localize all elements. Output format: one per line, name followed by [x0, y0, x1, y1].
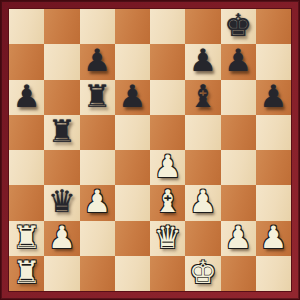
square-h3[interactable] — [256, 185, 291, 220]
square-a2[interactable]: ♜ — [9, 221, 44, 256]
square-b2[interactable]: ♟ — [44, 221, 79, 256]
square-h4[interactable] — [256, 150, 291, 185]
square-h2[interactable]: ♟ — [256, 221, 291, 256]
piece-white-queen[interactable]: ♛ — [154, 222, 182, 253]
square-g4[interactable] — [221, 150, 256, 185]
square-f2[interactable] — [185, 221, 220, 256]
square-e2[interactable]: ♛ — [150, 221, 185, 256]
chess-board[interactable]: ♚♟♟♟♟♜♟♝♟♜♟♛♟♝♟♜♟♛♟♟♜♚ — [9, 9, 291, 291]
piece-black-pawn[interactable]: ♟ — [13, 81, 41, 112]
square-g1[interactable] — [221, 256, 256, 291]
square-c2[interactable] — [80, 221, 115, 256]
square-h8[interactable] — [256, 9, 291, 44]
square-h5[interactable] — [256, 115, 291, 150]
square-f5[interactable] — [185, 115, 220, 150]
square-c5[interactable] — [80, 115, 115, 150]
piece-black-rook[interactable]: ♜ — [83, 81, 111, 112]
piece-white-pawn[interactable]: ♟ — [189, 186, 217, 217]
square-c8[interactable] — [80, 9, 115, 44]
square-e5[interactable] — [150, 115, 185, 150]
piece-black-bishop[interactable]: ♝ — [189, 81, 217, 112]
piece-black-queen[interactable]: ♛ — [48, 186, 76, 217]
square-b1[interactable] — [44, 256, 79, 291]
square-b8[interactable] — [44, 9, 79, 44]
chess-board-screenshot: ♚♟♟♟♟♜♟♝♟♜♟♛♟♝♟♜♟♛♟♟♜♚ — [0, 0, 300, 300]
piece-white-pawn[interactable]: ♟ — [154, 151, 182, 182]
piece-white-pawn[interactable]: ♟ — [224, 222, 252, 253]
square-d8[interactable] — [115, 9, 150, 44]
piece-white-pawn[interactable]: ♟ — [48, 222, 76, 253]
square-f3[interactable]: ♟ — [185, 185, 220, 220]
square-c1[interactable] — [80, 256, 115, 291]
square-a1[interactable]: ♜ — [9, 256, 44, 291]
piece-black-pawn[interactable]: ♟ — [189, 45, 217, 76]
square-g3[interactable] — [221, 185, 256, 220]
square-a5[interactable] — [9, 115, 44, 150]
square-h1[interactable] — [256, 256, 291, 291]
square-f6[interactable]: ♝ — [185, 80, 220, 115]
square-b5[interactable]: ♜ — [44, 115, 79, 150]
piece-white-rook[interactable]: ♜ — [13, 257, 41, 288]
piece-black-pawn[interactable]: ♟ — [259, 81, 287, 112]
square-h7[interactable] — [256, 44, 291, 79]
square-c3[interactable]: ♟ — [80, 185, 115, 220]
piece-white-rook[interactable]: ♜ — [13, 222, 41, 253]
square-d5[interactable] — [115, 115, 150, 150]
piece-white-pawn[interactable]: ♟ — [259, 222, 287, 253]
square-g7[interactable]: ♟ — [221, 44, 256, 79]
square-e7[interactable] — [150, 44, 185, 79]
square-e3[interactable]: ♝ — [150, 185, 185, 220]
square-a8[interactable] — [9, 9, 44, 44]
square-a4[interactable] — [9, 150, 44, 185]
square-f8[interactable] — [185, 9, 220, 44]
square-d7[interactable] — [115, 44, 150, 79]
square-d1[interactable] — [115, 256, 150, 291]
square-g5[interactable] — [221, 115, 256, 150]
board-frame: ♚♟♟♟♟♜♟♝♟♜♟♛♟♝♟♜♟♛♟♟♜♚ — [0, 0, 300, 300]
square-c7[interactable]: ♟ — [80, 44, 115, 79]
piece-white-pawn[interactable]: ♟ — [83, 186, 111, 217]
square-c6[interactable]: ♜ — [80, 80, 115, 115]
piece-black-rook[interactable]: ♜ — [48, 116, 76, 147]
square-d3[interactable] — [115, 185, 150, 220]
square-f1[interactable]: ♚ — [185, 256, 220, 291]
square-d2[interactable] — [115, 221, 150, 256]
square-e4[interactable]: ♟ — [150, 150, 185, 185]
piece-black-pawn[interactable]: ♟ — [83, 45, 111, 76]
square-e8[interactable] — [150, 9, 185, 44]
square-g8[interactable]: ♚ — [221, 9, 256, 44]
square-a7[interactable] — [9, 44, 44, 79]
piece-white-king[interactable]: ♚ — [189, 257, 217, 288]
square-h6[interactable]: ♟ — [256, 80, 291, 115]
square-b7[interactable] — [44, 44, 79, 79]
square-b3[interactable]: ♛ — [44, 185, 79, 220]
piece-black-pawn[interactable]: ♟ — [224, 45, 252, 76]
square-g6[interactable] — [221, 80, 256, 115]
square-d6[interactable]: ♟ — [115, 80, 150, 115]
piece-white-bishop[interactable]: ♝ — [154, 186, 182, 217]
square-f7[interactable]: ♟ — [185, 44, 220, 79]
square-a6[interactable]: ♟ — [9, 80, 44, 115]
piece-black-king[interactable]: ♚ — [224, 10, 252, 41]
square-f4[interactable] — [185, 150, 220, 185]
square-g2[interactable]: ♟ — [221, 221, 256, 256]
square-a3[interactable] — [9, 185, 44, 220]
square-e6[interactable] — [150, 80, 185, 115]
square-b6[interactable] — [44, 80, 79, 115]
square-d4[interactable] — [115, 150, 150, 185]
square-e1[interactable] — [150, 256, 185, 291]
square-c4[interactable] — [80, 150, 115, 185]
piece-black-pawn[interactable]: ♟ — [118, 81, 146, 112]
square-b4[interactable] — [44, 150, 79, 185]
